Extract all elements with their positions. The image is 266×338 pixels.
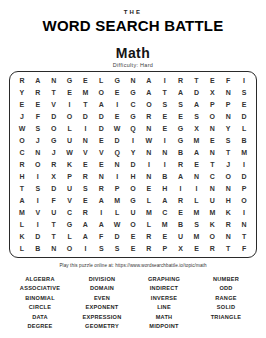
grid-cell: N (46, 242, 62, 254)
grid-cell: S (30, 123, 46, 135)
grid-cell: E (189, 242, 205, 254)
grid-cell: E (77, 75, 93, 87)
grid-cell: S (30, 182, 46, 194)
grid-cell: N (220, 230, 236, 242)
grid-cell: I (77, 123, 93, 135)
brand-kicker: THE (0, 9, 266, 15)
grid-cell: I (30, 194, 46, 206)
grid-cell: G (109, 75, 125, 87)
word-list-item: DIVISION (71, 275, 133, 284)
grid-cell: D (236, 170, 252, 182)
grid-cell: O (204, 230, 220, 242)
word-list-item: MATH (133, 313, 195, 322)
grid-cell: I (30, 170, 46, 182)
grid-cell: N (220, 182, 236, 194)
grid-cell: M (236, 147, 252, 159)
grid-cell: X (204, 87, 220, 99)
grid-cell: V (46, 99, 62, 111)
grid-cell: S (77, 182, 93, 194)
grid-cell: W (109, 123, 125, 135)
grid-cell: N (141, 170, 157, 182)
grid-cell: E (93, 159, 109, 171)
grid-cell: G (125, 194, 141, 206)
grid-cell: D (109, 135, 125, 147)
word-list-item: INDIRECT (133, 284, 195, 293)
grid-cell: U (46, 206, 62, 218)
grid-cell: R (77, 206, 93, 218)
grid-cell: A (93, 194, 109, 206)
grid-cell: M (14, 206, 30, 218)
grid-cell: I (62, 99, 78, 111)
grid-cell: A (189, 99, 205, 111)
grid-cell: M (204, 206, 220, 218)
grid-cell: M (141, 206, 157, 218)
grid-cell: C (14, 147, 30, 159)
grid-cell: C (125, 99, 141, 111)
grid-cell: N (220, 111, 236, 123)
grid-cell: T (14, 182, 30, 194)
grid-cell: M (109, 194, 125, 206)
grid-cell: P (62, 170, 78, 182)
word-list-item: DATA (9, 313, 71, 322)
grid-cell: U (62, 135, 78, 147)
grid-cell: E (204, 75, 220, 87)
grid-cell: K (62, 159, 78, 171)
grid-cell: B (173, 147, 189, 159)
grid-cell: S (220, 135, 236, 147)
grid-cell: I (157, 135, 173, 147)
grid-cell: J (30, 135, 46, 147)
grid-cell: M (189, 206, 205, 218)
grid-cell: A (14, 194, 30, 206)
grid-cell: X (189, 123, 205, 135)
grid-cell: R (77, 170, 93, 182)
grid-cell: L (236, 123, 252, 135)
grid-cell: X (173, 242, 189, 254)
grid-cell: E (77, 159, 93, 171)
grid-cell: Y (220, 123, 236, 135)
grid-cell: S (189, 111, 205, 123)
word-list-item: DOMAIN (71, 284, 133, 293)
grid-cell: N (157, 147, 173, 159)
grid-cell: N (141, 147, 157, 159)
grid-cell: I (125, 135, 141, 147)
grid-cell: A (93, 218, 109, 230)
grid-cell: N (220, 87, 236, 99)
grid-cell: G (125, 111, 141, 123)
grid-cell: S (173, 99, 189, 111)
word-list-item: ALGEBRA (9, 275, 71, 284)
grid-cell: L (141, 218, 157, 230)
grid-cell: E (204, 135, 220, 147)
grid-cell: G (173, 123, 189, 135)
grid-cell: D (46, 182, 62, 194)
grid-cell: I (157, 159, 173, 171)
word-list: ALGEBRAASSOCIATIVEBINOMIALCIRCLEDATADEGR… (0, 275, 266, 331)
grid-cell: I (189, 182, 205, 194)
grid-cell: L (14, 242, 30, 254)
grid-cell: B (173, 218, 189, 230)
word-list-column: DIVISIONDOMAINEVENEXPONENTEXPRESSIONGEOM… (71, 275, 133, 331)
grid-cell: E (93, 135, 109, 147)
grid-cell: O (204, 111, 220, 123)
grid-cell: R (14, 75, 30, 87)
grid-cell: N (125, 75, 141, 87)
grid-cell: A (173, 87, 189, 99)
grid-cell: E (109, 87, 125, 99)
word-list-column: NUMBERODDRANGESOLIDTRIANGLE (195, 275, 257, 322)
grid-cell: L (14, 218, 30, 230)
grid-cell: E (173, 206, 189, 218)
grid-cell: G (46, 135, 62, 147)
grid-cell: O (14, 135, 30, 147)
grid-cell: A (141, 87, 157, 99)
grid-cell: N (189, 170, 205, 182)
grid-cell: L (62, 123, 78, 135)
grid-cell: U (125, 206, 141, 218)
word-list-item: MIDPOINT (133, 322, 195, 331)
word-list-item: EXPONENT (71, 303, 133, 312)
grid-cell: N (30, 147, 46, 159)
grid-cell: E (62, 87, 78, 99)
grid-cell: G (173, 135, 189, 147)
grid-cell: K (220, 206, 236, 218)
grid-cell: M (189, 230, 205, 242)
word-list-column: ALGEBRAASSOCIATIVEBINOMIALCIRCLEDATADEGR… (9, 275, 71, 331)
grid-cell: F (220, 75, 236, 87)
brand-title: WORD SEARCH BATTLE (0, 17, 266, 34)
page-header: THE WORD SEARCH BATTLE Math Difficulty: … (0, 9, 266, 68)
grid-cell: I (30, 218, 46, 230)
grid-cell: O (141, 99, 157, 111)
grid-cell: H (157, 182, 173, 194)
grid-cell: I (77, 242, 93, 254)
grid-cell: O (93, 87, 109, 99)
grid-cell: I (141, 159, 157, 171)
word-list-item: NUMBER (195, 275, 257, 284)
grid-cell: L (189, 194, 205, 206)
grid-cell: W (14, 123, 30, 135)
grid-cell: Y (125, 147, 141, 159)
difficulty-label: Difficulty: Hard (0, 62, 266, 68)
grid-cell: U (62, 182, 78, 194)
grid-cell: I (109, 170, 125, 182)
grid-cell: D (236, 111, 252, 123)
word-list-item: SOLID (195, 303, 257, 312)
grid-cell: U (204, 194, 220, 206)
grid-cell: W (141, 135, 157, 147)
grid-cell: S (93, 242, 109, 254)
grid-cell: S (157, 99, 173, 111)
grid-cell: W (62, 147, 78, 159)
grid-cell: Q (125, 123, 141, 135)
grid-cell: N (236, 218, 252, 230)
grid-cell: I (236, 206, 252, 218)
grid-cell: I (157, 75, 173, 87)
grid-cell: G (62, 218, 78, 230)
grid-cell: M (77, 87, 93, 99)
grid-cell: R (173, 159, 189, 171)
grid-cell: J (46, 147, 62, 159)
word-list-item: GRAPHING (133, 275, 195, 284)
grid-cell: P (220, 99, 236, 111)
grid-cell: E (14, 99, 30, 111)
grid-cell: M (189, 135, 205, 147)
grid-cell: D (93, 123, 109, 135)
grid-cell: E (109, 111, 125, 123)
word-list-item: GEOMETRY (71, 322, 133, 331)
grid-cell: V (93, 147, 109, 159)
grid-cell: S (236, 87, 252, 99)
grid-cell: F (30, 111, 46, 123)
grid-cell: O (46, 123, 62, 135)
word-list-item: RANGE (195, 294, 257, 303)
grid-cell: C (157, 206, 173, 218)
grid-cell: T (46, 218, 62, 230)
grid-cell: O (220, 170, 236, 182)
grid-cell: D (189, 87, 205, 99)
grid-cell: E (189, 159, 205, 171)
grid-cell: K (204, 218, 220, 230)
word-list-item: INVERSE (133, 294, 195, 303)
grid-cell: A (77, 230, 93, 242)
grid-cell: B (30, 242, 46, 254)
grid-cell: N (77, 135, 93, 147)
word-list-item: ODD (195, 284, 257, 293)
grid-cell: P (204, 99, 220, 111)
grid-cell: H (125, 170, 141, 182)
grid-cell: L (141, 194, 157, 206)
grid-cell: D (109, 230, 125, 242)
grid-cell: A (30, 75, 46, 87)
grid-cell: A (93, 99, 109, 111)
play-online-url: Play this puzzle online at: https://www.… (0, 263, 266, 268)
word-list-item: EVEN (71, 294, 133, 303)
grid-cell: I (109, 99, 125, 111)
grid-cell: Q (109, 147, 125, 159)
grid-cell: P (109, 182, 125, 194)
grid-cell: T (204, 159, 220, 171)
grid-cell: O (30, 159, 46, 171)
grid-cell: D (77, 111, 93, 123)
grid-cell: D (46, 111, 62, 123)
grid-cell: X (46, 170, 62, 182)
grid-cell: V (62, 194, 78, 206)
grid-cell: A (141, 75, 157, 87)
grid-cell: E (157, 123, 173, 135)
grid-cell: I (236, 75, 252, 87)
grid-cell: C (62, 206, 78, 218)
grid-cell: E (157, 111, 173, 123)
grid-cell: F (46, 194, 62, 206)
grid-cell: E (125, 242, 141, 254)
grid-cell: V (30, 206, 46, 218)
grid-cell: T (46, 230, 62, 242)
word-list-column: GRAPHINGINDIRECTINVERSELINEMATHMIDPOINT (133, 275, 195, 331)
grid-cell: N (204, 123, 220, 135)
grid-cell: G (62, 75, 78, 87)
puzzle-topic-title: Math (0, 45, 266, 61)
grid-cell: R (204, 242, 220, 254)
grid-cell: U (173, 230, 189, 242)
grid-cell: R (141, 242, 157, 254)
grid-cell: N (204, 147, 220, 159)
grid-cell: L (93, 75, 109, 87)
grid-cell: N (109, 159, 125, 171)
grid-cell: H (220, 194, 236, 206)
word-list-item: ASSOCIATIVE (9, 284, 71, 293)
puzzle-page: THE WORD SEARCH BATTLE Math Difficulty: … (0, 9, 266, 338)
grid-cell: J (14, 111, 30, 123)
grid-cell: T (157, 87, 173, 99)
grid-cell: D (125, 159, 141, 171)
word-list-item: CIRCLE (9, 303, 71, 312)
grid-cell: K (14, 230, 30, 242)
grid-cell: A (189, 147, 205, 159)
grid-cell: O (62, 242, 78, 254)
word-list-item: TRIANGLE (195, 313, 257, 322)
grid-cell: W (109, 218, 125, 230)
grid-cell: Y (14, 87, 30, 99)
grid-cell: I (173, 182, 189, 194)
grid-cell: E (125, 230, 141, 242)
grid-cell: E (236, 99, 252, 111)
grid-cell: D (30, 230, 46, 242)
grid-cell: T (236, 230, 252, 242)
word-list-item: BINOMIAL (9, 294, 71, 303)
grid-cell: R (14, 159, 30, 171)
grid-cell: R (141, 230, 157, 242)
grid-cell: L (109, 206, 125, 218)
grid-cell: I (93, 206, 109, 218)
grid-cell: R (173, 75, 189, 87)
grid-cell: T (77, 99, 93, 111)
grid-cell: S (189, 218, 205, 230)
word-list-item: LINE (133, 303, 195, 312)
word-list-item: EXPRESSION (71, 313, 133, 322)
grid-cell: H (14, 170, 30, 182)
grid-cell: R (30, 87, 46, 99)
grid-cell: T (220, 242, 236, 254)
grid-cell: I (236, 159, 252, 171)
grid-cell: F (236, 242, 252, 254)
grid-cell: D (93, 111, 109, 123)
grid-cell: E (141, 182, 157, 194)
grid-cell: T (189, 75, 205, 87)
grid-cell: R (220, 218, 236, 230)
grid-cell: T (46, 87, 62, 99)
grid-cell: O (125, 218, 141, 230)
grid-cell: F (93, 230, 109, 242)
grid-cell: C (204, 170, 220, 182)
grid-cell: N (46, 75, 62, 87)
grid-cell: R (141, 111, 157, 123)
grid-cell: T (220, 147, 236, 159)
grid-cell: A (173, 170, 189, 182)
grid-cell: A (157, 194, 173, 206)
grid-cell: R (173, 194, 189, 206)
grid-cell: S (109, 242, 125, 254)
grid-cell: E (77, 194, 93, 206)
grid-cell: E (157, 230, 173, 242)
grid-cell: N (204, 182, 220, 194)
grid-cell: N (93, 170, 109, 182)
grid-cell: B (157, 170, 173, 182)
grid-cell: E (30, 99, 46, 111)
grid-cell: B (236, 135, 252, 147)
word-search-grid: RANGELGNAIRTEFIYRTEMOEGATADXNSEEVITAICOS… (9, 71, 257, 258)
grid-cell: P (157, 242, 173, 254)
grid-cell: M (157, 218, 173, 230)
grid-cell: N (141, 123, 157, 135)
grid-cell: V (77, 147, 93, 159)
grid-cell: J (220, 159, 236, 171)
grid-cell: O (125, 182, 141, 194)
word-list-item: DEGREE (9, 322, 71, 331)
grid-cell: E (173, 111, 189, 123)
grid-cell: A (77, 218, 93, 230)
grid-cell: R (93, 182, 109, 194)
grid-cell: R (46, 159, 62, 171)
grid-cell: P (236, 182, 252, 194)
grid-cell: O (62, 111, 78, 123)
grid-cell: L (62, 230, 78, 242)
grid-cell: O (236, 194, 252, 206)
grid-cell: G (125, 87, 141, 99)
